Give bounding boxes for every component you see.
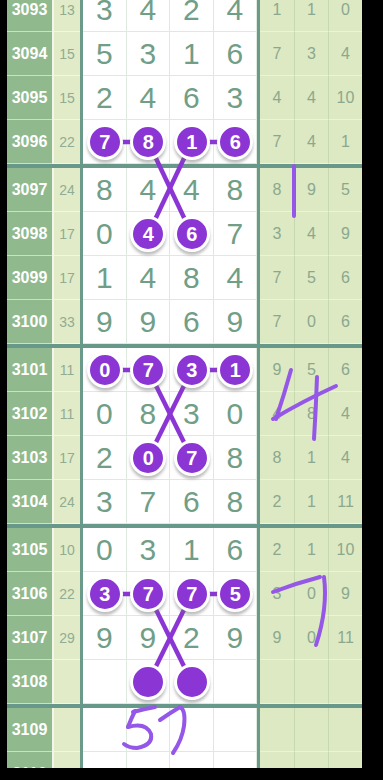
marked-number-circle: 1 bbox=[174, 124, 210, 160]
stat-cell: 4 bbox=[260, 76, 295, 120]
lottery-trend-chart-screen: 3093133424110309415531673430951524634410… bbox=[0, 0, 383, 780]
stat-cell: 2 bbox=[260, 480, 295, 524]
stat-cell: 9 bbox=[260, 348, 295, 392]
sum-value: 17 bbox=[52, 436, 80, 480]
stat-cell: 6 bbox=[329, 348, 362, 392]
stat-cell: 1 bbox=[295, 0, 329, 32]
digit-cell: 8 bbox=[214, 168, 258, 212]
stat-cell: 3 bbox=[295, 32, 329, 76]
draw-row-3100: 3100339969706 bbox=[7, 300, 362, 344]
sum-value: 10 bbox=[52, 528, 80, 572]
draw-number: 3101 bbox=[7, 348, 52, 392]
stat-cell: 10 bbox=[329, 528, 362, 572]
stat-cell: 7 bbox=[260, 256, 295, 300]
digit-cell: 4 bbox=[127, 168, 171, 212]
digit-cell: 6 bbox=[214, 32, 258, 76]
draw-row-3099: 3099171484756 bbox=[7, 256, 362, 300]
digit-cell: 6 bbox=[214, 528, 258, 572]
draw-row-3093: 3093133424110 bbox=[7, 0, 362, 32]
stat-cell: 7 bbox=[260, 300, 295, 344]
draw-number: 3102 bbox=[7, 392, 52, 436]
stat-cell bbox=[260, 708, 295, 752]
digit-cell: 6 bbox=[170, 480, 214, 524]
stat-cell: 4 bbox=[295, 120, 329, 164]
draw-number: 3099 bbox=[7, 256, 52, 300]
sum-value: 24 bbox=[52, 480, 80, 524]
stat-cell: 9 bbox=[329, 212, 362, 256]
draw-row-3095: 30951524634410 bbox=[7, 76, 362, 120]
digit-cell: 4 bbox=[127, 76, 171, 120]
sum-value: 17 bbox=[52, 256, 80, 300]
digit-cell: 3 bbox=[127, 528, 171, 572]
digit-cell: 9 bbox=[214, 616, 258, 660]
stat-cell: 5 bbox=[295, 256, 329, 300]
sum-value bbox=[52, 660, 80, 704]
stat-cell: 4 bbox=[295, 76, 329, 120]
digit-cell: 0 bbox=[83, 212, 127, 256]
sum-value: 29 bbox=[52, 616, 80, 660]
marked-number-circle: 6 bbox=[217, 124, 253, 160]
marked-number-circle: 8 bbox=[130, 124, 166, 160]
draw-number: 3096 bbox=[7, 120, 52, 164]
marked-number-circle: 7 bbox=[130, 576, 166, 612]
marked-number-circle: 0 bbox=[130, 440, 166, 476]
digit-cell: 1 bbox=[83, 256, 127, 300]
digit-cell bbox=[170, 708, 214, 752]
stat-cell: 4 bbox=[329, 392, 362, 436]
digit-cell bbox=[214, 708, 258, 752]
stat-cell: 0 bbox=[295, 616, 329, 660]
marked-number-circle: 6 bbox=[174, 216, 210, 252]
sum-value: 22 bbox=[52, 120, 80, 164]
sum-value: 15 bbox=[52, 76, 80, 120]
stat-cell: 6 bbox=[329, 256, 362, 300]
digit-cell bbox=[214, 660, 258, 704]
stat-cell: 8 bbox=[260, 436, 295, 480]
draw-number: 3106 bbox=[7, 572, 52, 616]
stat-cell: 1 bbox=[260, 0, 295, 32]
digit-cell: 3 bbox=[127, 32, 171, 76]
stat-cell: 4 bbox=[329, 436, 362, 480]
draw-number: 3094 bbox=[7, 32, 52, 76]
marked-dot bbox=[174, 664, 210, 700]
sum-value bbox=[52, 708, 80, 752]
stat-cell: 9 bbox=[260, 616, 295, 660]
stat-cell: 4 bbox=[260, 392, 295, 436]
stat-cell: 11 bbox=[329, 616, 362, 660]
digit-cell: 8 bbox=[127, 392, 171, 436]
stat-cell bbox=[260, 660, 295, 704]
stat-cell bbox=[329, 660, 362, 704]
draw-number: 3097 bbox=[7, 168, 52, 212]
digit-cell bbox=[83, 708, 127, 752]
stat-cell bbox=[295, 660, 329, 704]
sum-value: 17 bbox=[52, 212, 80, 256]
draw-number: 3093 bbox=[7, 0, 52, 32]
digit-cell: 9 bbox=[127, 616, 171, 660]
stat-cell: 0 bbox=[295, 300, 329, 344]
digit-cell: 9 bbox=[83, 300, 127, 344]
stat-cell: 4 bbox=[329, 32, 362, 76]
sum-value: 24 bbox=[52, 168, 80, 212]
marked-number-circle: 5 bbox=[217, 576, 253, 612]
draw-row-3097: 3097248448895 bbox=[7, 168, 362, 212]
stat-cell: 8 bbox=[260, 168, 295, 212]
marked-number-circle: 4 bbox=[130, 216, 166, 252]
stat-cell: 4 bbox=[295, 212, 329, 256]
digit-cell: 6 bbox=[170, 76, 214, 120]
marked-number-circle: 7 bbox=[174, 440, 210, 476]
marked-number-circle: 0 bbox=[87, 352, 123, 388]
trend-table[interactable]: 3093133424110309415531673430951524634410… bbox=[7, 0, 362, 780]
digit-cell: 7 bbox=[127, 480, 171, 524]
digit-cell: 3 bbox=[83, 480, 127, 524]
draw-number: 3107 bbox=[7, 616, 52, 660]
stat-cell: 1 bbox=[295, 436, 329, 480]
stat-cell: 3 bbox=[260, 212, 295, 256]
digit-cell: 3 bbox=[170, 392, 214, 436]
digit-cell: 2 bbox=[170, 0, 214, 32]
stat-cell: 7 bbox=[260, 120, 295, 164]
digit-cell: 4 bbox=[127, 0, 171, 32]
bottom-black-bar bbox=[0, 768, 383, 780]
draw-number: 3100 bbox=[7, 300, 52, 344]
draw-row-3109: 3109 bbox=[7, 708, 362, 752]
stat-cell: 9 bbox=[295, 168, 329, 212]
draw-number: 3103 bbox=[7, 436, 52, 480]
draw-number: 3105 bbox=[7, 528, 52, 572]
stat-cell: 5 bbox=[329, 168, 362, 212]
digit-cell: 8 bbox=[214, 436, 258, 480]
stat-cell: 0 bbox=[329, 0, 362, 32]
stat-cell: 10 bbox=[329, 76, 362, 120]
digit-cell: 4 bbox=[214, 256, 258, 300]
sum-value: 13 bbox=[52, 0, 80, 32]
draw-number: 3108 bbox=[7, 660, 52, 704]
stat-cell: 7 bbox=[260, 32, 295, 76]
stat-cell: 8 bbox=[295, 392, 329, 436]
stat-cell: 1 bbox=[295, 528, 329, 572]
draw-number: 3109 bbox=[7, 708, 52, 752]
marked-number-circle: 7 bbox=[130, 352, 166, 388]
digit-cell: 1 bbox=[170, 528, 214, 572]
digit-cell: 2 bbox=[83, 436, 127, 480]
digit-cell: 3 bbox=[83, 0, 127, 32]
digit-cell: 8 bbox=[83, 168, 127, 212]
digit-cell bbox=[83, 660, 127, 704]
marked-number-circle: 7 bbox=[174, 576, 210, 612]
digit-cell: 8 bbox=[214, 480, 258, 524]
stat-cell: 0 bbox=[295, 572, 329, 616]
draw-row-3105: 31051003162110 bbox=[7, 528, 362, 572]
marked-number-circle: 7 bbox=[87, 124, 123, 160]
digit-cell: 4 bbox=[170, 168, 214, 212]
sum-value: 15 bbox=[52, 32, 80, 76]
digit-cell: 6 bbox=[170, 300, 214, 344]
draw-row-3102: 3102110830484 bbox=[7, 392, 362, 436]
stat-cell: 1 bbox=[329, 120, 362, 164]
marked-number-circle: 3 bbox=[174, 352, 210, 388]
digit-cell: 8 bbox=[170, 256, 214, 300]
stat-cell: 2 bbox=[260, 528, 295, 572]
stat-cell: 1 bbox=[295, 480, 329, 524]
marked-dot bbox=[130, 664, 166, 700]
marked-number-circle: 3 bbox=[87, 576, 123, 612]
stat-cell: 6 bbox=[329, 300, 362, 344]
digit-cell: 2 bbox=[170, 616, 214, 660]
digit-cell: 4 bbox=[214, 0, 258, 32]
stat-cell: 5 bbox=[295, 348, 329, 392]
draw-row-3104: 31042437682111 bbox=[7, 480, 362, 524]
draw-number: 3104 bbox=[7, 480, 52, 524]
digit-cell: 9 bbox=[127, 300, 171, 344]
stat-cell bbox=[295, 708, 329, 752]
digit-cell: 3 bbox=[214, 76, 258, 120]
stat-cell: 11 bbox=[329, 480, 362, 524]
draw-row-3094: 3094155316734 bbox=[7, 32, 362, 76]
digit-cell: 7 bbox=[214, 212, 258, 256]
stat-cell: 9 bbox=[329, 572, 362, 616]
sum-value: 33 bbox=[52, 300, 80, 344]
digit-cell: 9 bbox=[83, 616, 127, 660]
stat-cell: 3 bbox=[260, 572, 295, 616]
sum-value: 11 bbox=[52, 392, 80, 436]
digit-cell: 5 bbox=[83, 32, 127, 76]
digit-cell: 0 bbox=[214, 392, 258, 436]
sum-value: 22 bbox=[52, 572, 80, 616]
digit-cell: 0 bbox=[83, 392, 127, 436]
digit-cell: 9 bbox=[214, 300, 258, 344]
draw-number: 3098 bbox=[7, 212, 52, 256]
digit-cell: 2 bbox=[83, 76, 127, 120]
draw-row-3107: 31072999299011 bbox=[7, 616, 362, 660]
digit-cell bbox=[127, 708, 171, 752]
digit-cell: 0 bbox=[83, 528, 127, 572]
sum-value: 11 bbox=[52, 348, 80, 392]
marked-number-circle: 1 bbox=[217, 352, 253, 388]
stat-cell bbox=[329, 708, 362, 752]
digit-cell: 4 bbox=[127, 256, 171, 300]
digit-cell: 1 bbox=[170, 32, 214, 76]
draw-number: 3095 bbox=[7, 76, 52, 120]
